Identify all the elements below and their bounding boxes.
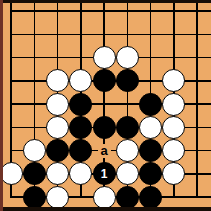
intersection[interactable] <box>185 46 208 69</box>
intersection[interactable] <box>69 162 92 185</box>
black-stone <box>23 162 46 185</box>
intersection[interactable] <box>46 116 69 139</box>
black-stone: 1 <box>93 162 116 185</box>
black-stone <box>46 139 69 162</box>
intersection[interactable] <box>185 162 208 185</box>
intersection[interactable] <box>0 69 23 92</box>
intersection[interactable] <box>23 162 46 185</box>
intersection[interactable] <box>162 139 185 162</box>
black-stone <box>69 139 92 162</box>
intersection[interactable] <box>23 92 46 115</box>
black-stone <box>139 186 162 209</box>
white-stone <box>46 162 69 185</box>
intersection[interactable] <box>116 185 139 208</box>
black-stone <box>116 186 139 209</box>
board-frame-top-edge <box>0 0 211 3</box>
intersection[interactable] <box>116 92 139 115</box>
intersection[interactable] <box>116 162 139 185</box>
intersection[interactable] <box>92 116 115 139</box>
white-stone <box>116 46 139 69</box>
intersection[interactable] <box>46 92 69 115</box>
go-board: a1 <box>0 0 211 211</box>
intersection[interactable] <box>69 69 92 92</box>
intersection[interactable] <box>116 0 139 23</box>
intersection[interactable] <box>46 69 69 92</box>
intersection[interactable] <box>0 46 23 69</box>
intersection[interactable] <box>46 139 69 162</box>
intersection[interactable] <box>185 23 208 46</box>
intersection[interactable] <box>139 116 162 139</box>
intersection[interactable] <box>185 92 208 115</box>
intersection[interactable]: a <box>92 139 115 162</box>
go-diagram: a1 <box>0 0 211 211</box>
white-stone <box>162 162 185 185</box>
intersection[interactable] <box>139 185 162 208</box>
intersection[interactable] <box>69 92 92 115</box>
intersection[interactable] <box>92 92 115 115</box>
white-stone <box>162 139 185 162</box>
intersection[interactable] <box>23 23 46 46</box>
intersection[interactable] <box>69 23 92 46</box>
intersection[interactable] <box>139 92 162 115</box>
point-label-patch: a <box>98 144 111 158</box>
intersection[interactable] <box>0 139 23 162</box>
white-stone <box>69 162 92 185</box>
intersection[interactable] <box>116 23 139 46</box>
black-stone <box>93 69 116 92</box>
white-stone <box>162 116 185 139</box>
intersection[interactable] <box>162 0 185 23</box>
intersection[interactable] <box>185 116 208 139</box>
intersection[interactable] <box>23 46 46 69</box>
intersection[interactable] <box>116 139 139 162</box>
intersection[interactable] <box>23 0 46 23</box>
intersection[interactable] <box>0 92 23 115</box>
intersection[interactable] <box>23 185 46 208</box>
intersection[interactable] <box>69 0 92 23</box>
intersection[interactable] <box>23 69 46 92</box>
black-stone <box>139 139 162 162</box>
intersection[interactable] <box>162 185 185 208</box>
intersection[interactable] <box>0 116 23 139</box>
intersection[interactable] <box>23 116 46 139</box>
intersection[interactable] <box>162 69 185 92</box>
black-stone <box>116 116 139 139</box>
intersection[interactable] <box>185 139 208 162</box>
intersection[interactable] <box>139 162 162 185</box>
intersection[interactable] <box>0 185 23 208</box>
white-stone <box>46 69 69 92</box>
intersection[interactable] <box>162 116 185 139</box>
white-stone <box>116 139 139 162</box>
intersection[interactable] <box>162 92 185 115</box>
black-stone <box>69 93 92 116</box>
intersection[interactable] <box>0 162 23 185</box>
intersection[interactable] <box>139 23 162 46</box>
intersection[interactable] <box>185 0 208 23</box>
intersection[interactable] <box>116 116 139 139</box>
white-stone <box>162 93 185 116</box>
intersection[interactable] <box>116 46 139 69</box>
white-stone <box>46 93 69 116</box>
intersection[interactable] <box>162 162 185 185</box>
intersection[interactable] <box>139 0 162 23</box>
intersection[interactable] <box>0 23 23 46</box>
point-label: a <box>100 144 107 157</box>
intersection[interactable] <box>162 46 185 69</box>
intersection[interactable] <box>46 46 69 69</box>
intersection[interactable] <box>92 0 115 23</box>
intersection[interactable] <box>69 116 92 139</box>
black-stone <box>93 116 116 139</box>
white-stone <box>23 139 46 162</box>
white-stone <box>139 116 162 139</box>
intersection[interactable] <box>69 46 92 69</box>
black-stone <box>116 69 139 92</box>
intersection[interactable] <box>139 69 162 92</box>
white-stone <box>162 69 185 92</box>
intersection[interactable] <box>23 139 46 162</box>
intersection[interactable] <box>92 185 115 208</box>
board-frame-left-edge <box>0 0 3 211</box>
intersection[interactable] <box>139 139 162 162</box>
intersection[interactable] <box>46 23 69 46</box>
intersection[interactable] <box>92 46 115 69</box>
intersection[interactable] <box>46 162 69 185</box>
black-stone <box>139 162 162 185</box>
intersection[interactable] <box>69 139 92 162</box>
white-stone <box>69 69 92 92</box>
white-stone <box>0 162 23 185</box>
intersection[interactable] <box>162 23 185 46</box>
intersection[interactable]: 1 <box>92 162 115 185</box>
intersection[interactable] <box>0 0 23 23</box>
board-frame-bottom-edge <box>0 207 211 211</box>
white-stone <box>46 116 69 139</box>
white-stone <box>93 46 116 69</box>
intersection[interactable] <box>116 69 139 92</box>
intersection[interactable] <box>46 0 69 23</box>
board-grid: a1 <box>0 0 209 209</box>
black-stone <box>139 93 162 116</box>
intersection[interactable] <box>92 69 115 92</box>
intersection[interactable] <box>185 69 208 92</box>
white-stone <box>116 162 139 185</box>
move-number-label: 1 <box>101 167 108 179</box>
intersection[interactable] <box>92 23 115 46</box>
white-stone <box>46 186 69 209</box>
intersection[interactable] <box>185 185 208 208</box>
black-stone <box>23 186 46 209</box>
white-stone <box>93 186 116 209</box>
black-stone <box>69 116 92 139</box>
intersection[interactable] <box>46 185 69 208</box>
intersection[interactable] <box>139 46 162 69</box>
intersection[interactable] <box>69 185 92 208</box>
